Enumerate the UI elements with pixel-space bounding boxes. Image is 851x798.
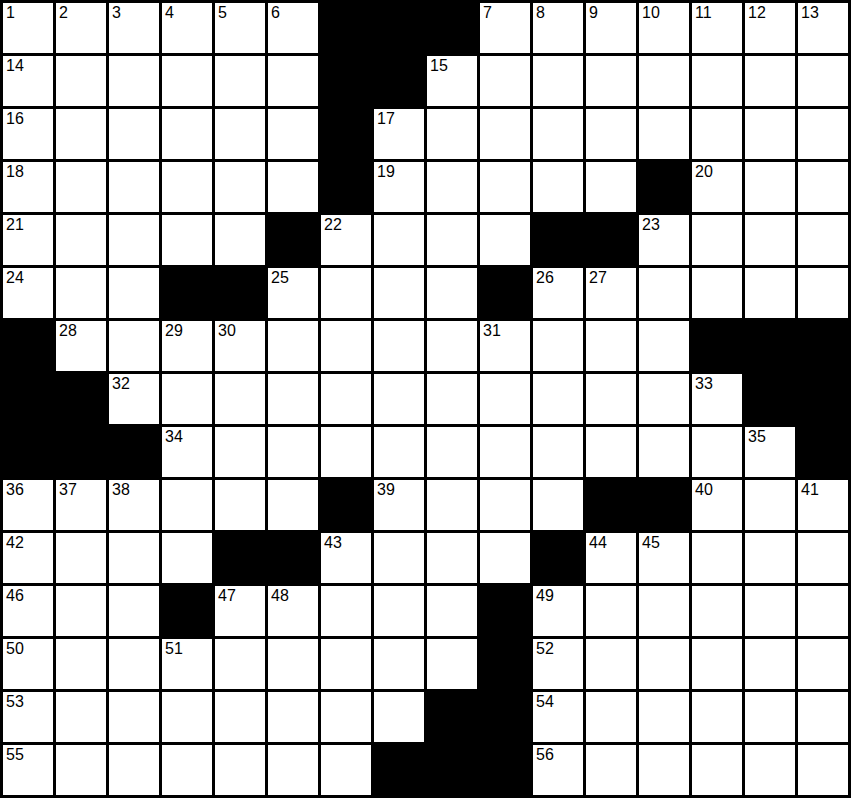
cell-r12c2[interactable]	[109, 639, 159, 689]
cell-r14c14[interactable]	[745, 745, 795, 795]
cell-r0c4[interactable]: 5	[215, 3, 265, 53]
cell-r6c9[interactable]: 31	[480, 321, 530, 371]
cell-r9c3[interactable]	[162, 480, 212, 530]
black-cell-r4c5	[268, 215, 318, 265]
cell-r7c12[interactable]	[639, 374, 689, 424]
black-cell-r3c12	[639, 162, 689, 212]
black-cell-r9c12	[639, 480, 689, 530]
cell-r5c8[interactable]	[427, 268, 477, 318]
cell-r0c9[interactable]: 7	[480, 3, 530, 53]
clue-number-38: 38	[112, 480, 130, 499]
black-cell-r0c8	[427, 3, 477, 53]
clue-number-12: 12	[748, 3, 766, 22]
cell-r5c1[interactable]	[56, 268, 106, 318]
cell-r6c3[interactable]: 29	[162, 321, 212, 371]
cell-r2c0[interactable]: 16	[3, 109, 53, 159]
cell-r11c8[interactable]	[427, 586, 477, 636]
cell-r13c5[interactable]	[268, 692, 318, 742]
black-cell-r6c13	[692, 321, 742, 371]
cell-r2c13[interactable]	[692, 109, 742, 159]
cell-r9c14[interactable]	[745, 480, 795, 530]
cell-r3c11[interactable]	[586, 162, 636, 212]
cell-r4c7[interactable]	[374, 215, 424, 265]
cell-r6c10[interactable]	[533, 321, 583, 371]
cell-r5c5[interactable]: 25	[268, 268, 318, 318]
clue-number-17: 17	[377, 109, 395, 128]
cell-r5c0[interactable]: 24	[3, 268, 53, 318]
cell-r10c14[interactable]	[745, 533, 795, 583]
black-cell-r14c8	[427, 745, 477, 795]
cell-r3c8[interactable]	[427, 162, 477, 212]
cell-r3c7[interactable]: 19	[374, 162, 424, 212]
cell-r0c0[interactable]: 1	[3, 3, 53, 53]
clue-number-37: 37	[59, 480, 77, 499]
black-cell-r10c4	[215, 533, 265, 583]
clue-number-4: 4	[165, 3, 174, 22]
cell-r2c10[interactable]	[533, 109, 583, 159]
clue-number-39: 39	[377, 480, 395, 499]
cell-r7c6[interactable]	[321, 374, 371, 424]
clue-number-35: 35	[748, 427, 766, 446]
cell-r10c6[interactable]: 43	[321, 533, 371, 583]
cell-r12c15[interactable]	[798, 639, 848, 689]
cell-r14c2[interactable]	[109, 745, 159, 795]
cell-r9c15[interactable]: 41	[798, 480, 848, 530]
clue-number-44: 44	[589, 533, 607, 552]
clue-number-24: 24	[6, 268, 24, 287]
clue-number-36: 36	[6, 480, 24, 499]
clue-number-29: 29	[165, 321, 183, 340]
cell-r8c8[interactable]	[427, 427, 477, 477]
black-cell-r11c3	[162, 586, 212, 636]
cell-r0c15[interactable]: 13	[798, 3, 848, 53]
clue-number-52: 52	[536, 639, 554, 658]
clue-number-51: 51	[165, 639, 183, 658]
cell-r9c5[interactable]	[268, 480, 318, 530]
cell-r3c3[interactable]	[162, 162, 212, 212]
cell-r7c2[interactable]: 32	[109, 374, 159, 424]
black-cell-r5c4	[215, 268, 265, 318]
cell-r8c9[interactable]	[480, 427, 530, 477]
cell-r3c14[interactable]	[745, 162, 795, 212]
cell-r10c2[interactable]	[109, 533, 159, 583]
cell-r4c0[interactable]: 21	[3, 215, 53, 265]
cell-r14c4[interactable]	[215, 745, 265, 795]
black-cell-r0c7	[374, 3, 424, 53]
cell-r4c2[interactable]	[109, 215, 159, 265]
cell-r8c12[interactable]	[639, 427, 689, 477]
black-cell-r8c2	[109, 427, 159, 477]
cell-r10c11[interactable]: 44	[586, 533, 636, 583]
cell-r6c12[interactable]	[639, 321, 689, 371]
cell-r8c5[interactable]	[268, 427, 318, 477]
black-cell-r8c0	[3, 427, 53, 477]
cell-r5c6[interactable]	[321, 268, 371, 318]
cell-r12c11[interactable]	[586, 639, 636, 689]
cell-r3c13[interactable]: 20	[692, 162, 742, 212]
cell-r4c13[interactable]	[692, 215, 742, 265]
cell-r9c1[interactable]: 37	[56, 480, 106, 530]
crossword-grid: 1234567891011121314151617181920212223242…	[0, 0, 851, 798]
cell-r3c5[interactable]	[268, 162, 318, 212]
cell-r2c5[interactable]	[268, 109, 318, 159]
cell-r14c5[interactable]	[268, 745, 318, 795]
clue-number-28: 28	[59, 321, 77, 340]
cell-r3c15[interactable]	[798, 162, 848, 212]
cell-r13c6[interactable]	[321, 692, 371, 742]
cell-r2c8[interactable]	[427, 109, 477, 159]
clue-number-26: 26	[536, 268, 554, 287]
cell-r11c12[interactable]	[639, 586, 689, 636]
black-cell-r1c7	[374, 56, 424, 106]
cell-r3c1[interactable]	[56, 162, 106, 212]
clue-number-46: 46	[6, 586, 24, 605]
clue-number-34: 34	[165, 427, 183, 446]
cell-r14c6[interactable]	[321, 745, 371, 795]
cell-r1c4[interactable]	[215, 56, 265, 106]
black-cell-r11c9	[480, 586, 530, 636]
clue-number-3: 3	[112, 3, 121, 22]
cell-r4c6[interactable]: 22	[321, 215, 371, 265]
cell-r7c4[interactable]	[215, 374, 265, 424]
clue-number-18: 18	[6, 162, 24, 181]
cell-r6c1[interactable]: 28	[56, 321, 106, 371]
clue-number-7: 7	[483, 3, 492, 22]
black-cell-r8c15	[798, 427, 848, 477]
cell-r13c0[interactable]: 53	[3, 692, 53, 742]
black-cell-r8c1	[56, 427, 106, 477]
cell-r10c7[interactable]	[374, 533, 424, 583]
black-cell-r6c14	[745, 321, 795, 371]
clue-number-25: 25	[271, 268, 289, 287]
clue-number-27: 27	[589, 268, 607, 287]
cell-r2c7[interactable]: 17	[374, 109, 424, 159]
clue-number-53: 53	[6, 692, 24, 711]
clue-number-45: 45	[642, 533, 660, 552]
black-cell-r14c9	[480, 745, 530, 795]
cell-r9c9[interactable]	[480, 480, 530, 530]
cell-r11c13[interactable]	[692, 586, 742, 636]
cell-r6c6[interactable]	[321, 321, 371, 371]
clue-number-40: 40	[695, 480, 713, 499]
cell-r14c12[interactable]	[639, 745, 689, 795]
cell-r11c15[interactable]	[798, 586, 848, 636]
black-cell-r5c9	[480, 268, 530, 318]
cell-r6c4[interactable]: 30	[215, 321, 265, 371]
clue-number-42: 42	[6, 533, 24, 552]
cell-r3c0[interactable]: 18	[3, 162, 53, 212]
cell-r6c11[interactable]	[586, 321, 636, 371]
cell-r13c15[interactable]	[798, 692, 848, 742]
cell-r8c3[interactable]: 34	[162, 427, 212, 477]
cell-r9c4[interactable]	[215, 480, 265, 530]
clue-number-9: 9	[589, 3, 598, 22]
cell-r1c3[interactable]	[162, 56, 212, 106]
cell-r13c13[interactable]	[692, 692, 742, 742]
cell-r14c11[interactable]	[586, 745, 636, 795]
cell-r1c15[interactable]	[798, 56, 848, 106]
cell-r8c6[interactable]	[321, 427, 371, 477]
cell-r11c11[interactable]	[586, 586, 636, 636]
cell-r13c14[interactable]	[745, 692, 795, 742]
cell-r13c2[interactable]	[109, 692, 159, 742]
black-cell-r7c1	[56, 374, 106, 424]
black-cell-r14c7	[374, 745, 424, 795]
clue-number-33: 33	[695, 374, 713, 393]
cell-r10c12[interactable]: 45	[639, 533, 689, 583]
cell-r14c1[interactable]	[56, 745, 106, 795]
cell-r12c12[interactable]	[639, 639, 689, 689]
cell-r0c12[interactable]: 10	[639, 3, 689, 53]
cell-r6c2[interactable]	[109, 321, 159, 371]
cell-r0c14[interactable]: 12	[745, 3, 795, 53]
cell-r12c0[interactable]: 50	[3, 639, 53, 689]
cell-r8c11[interactable]	[586, 427, 636, 477]
cell-r12c14[interactable]	[745, 639, 795, 689]
cell-r0c1[interactable]: 2	[56, 3, 106, 53]
cell-r3c9[interactable]	[480, 162, 530, 212]
cell-r7c10[interactable]	[533, 374, 583, 424]
cell-r12c1[interactable]	[56, 639, 106, 689]
cell-r4c14[interactable]	[745, 215, 795, 265]
cell-r7c11[interactable]	[586, 374, 636, 424]
cell-r4c15[interactable]	[798, 215, 848, 265]
clue-number-30: 30	[218, 321, 236, 340]
clue-number-6: 6	[271, 3, 280, 22]
cell-r1c8[interactable]: 15	[427, 56, 477, 106]
clue-number-11: 11	[695, 3, 712, 22]
cell-r10c13[interactable]	[692, 533, 742, 583]
cell-r14c10[interactable]: 56	[533, 745, 583, 795]
cell-r4c1[interactable]	[56, 215, 106, 265]
cell-r8c7[interactable]	[374, 427, 424, 477]
cell-r8c13[interactable]	[692, 427, 742, 477]
clue-number-20: 20	[695, 162, 713, 181]
cell-r13c7[interactable]	[374, 692, 424, 742]
cell-r9c13[interactable]: 40	[692, 480, 742, 530]
cell-r12c10[interactable]: 52	[533, 639, 583, 689]
cell-r9c2[interactable]: 38	[109, 480, 159, 530]
cell-r1c1[interactable]	[56, 56, 106, 106]
cell-r7c13[interactable]: 33	[692, 374, 742, 424]
clue-number-32: 32	[112, 374, 130, 393]
cell-r5c15[interactable]	[798, 268, 848, 318]
clue-number-10: 10	[642, 3, 660, 22]
cell-r1c14[interactable]	[745, 56, 795, 106]
cell-r2c11[interactable]	[586, 109, 636, 159]
cell-r13c4[interactable]	[215, 692, 265, 742]
clue-number-55: 55	[6, 745, 24, 764]
cell-r0c5[interactable]: 6	[268, 3, 318, 53]
cell-r0c3[interactable]: 4	[162, 3, 212, 53]
clue-number-15: 15	[430, 56, 448, 75]
clue-number-23: 23	[642, 215, 660, 234]
clue-number-16: 16	[6, 109, 24, 128]
cell-r11c2[interactable]	[109, 586, 159, 636]
black-cell-r4c11	[586, 215, 636, 265]
black-cell-r1c6	[321, 56, 371, 106]
cell-r0c2[interactable]: 3	[109, 3, 159, 53]
cell-r1c11[interactable]	[586, 56, 636, 106]
cell-r7c8[interactable]	[427, 374, 477, 424]
black-cell-r10c5	[268, 533, 318, 583]
cell-r8c10[interactable]	[533, 427, 583, 477]
cell-r11c1[interactable]	[56, 586, 106, 636]
cell-r11c6[interactable]	[321, 586, 371, 636]
cell-r5c14[interactable]	[745, 268, 795, 318]
cell-r9c0[interactable]: 36	[3, 480, 53, 530]
cell-r13c10[interactable]: 54	[533, 692, 583, 742]
cell-r12c5[interactable]	[268, 639, 318, 689]
cell-r5c12[interactable]	[639, 268, 689, 318]
cell-r7c5[interactable]	[268, 374, 318, 424]
cell-r10c0[interactable]: 42	[3, 533, 53, 583]
clue-number-47: 47	[218, 586, 236, 605]
cell-r12c4[interactable]	[215, 639, 265, 689]
cell-r11c0[interactable]: 46	[3, 586, 53, 636]
cell-r11c10[interactable]: 49	[533, 586, 583, 636]
clue-number-48: 48	[271, 586, 289, 605]
cell-r12c3[interactable]: 51	[162, 639, 212, 689]
cell-r14c13[interactable]	[692, 745, 742, 795]
cell-r2c9[interactable]	[480, 109, 530, 159]
cell-r7c7[interactable]	[374, 374, 424, 424]
cell-r1c0[interactable]: 14	[3, 56, 53, 106]
cell-r8c14[interactable]: 35	[745, 427, 795, 477]
cell-r7c9[interactable]	[480, 374, 530, 424]
clue-number-1: 1	[6, 3, 15, 22]
cell-r5c2[interactable]	[109, 268, 159, 318]
cell-r9c10[interactable]	[533, 480, 583, 530]
cell-r10c1[interactable]	[56, 533, 106, 583]
clue-number-14: 14	[6, 56, 24, 75]
cell-r2c14[interactable]	[745, 109, 795, 159]
cell-r11c4[interactable]: 47	[215, 586, 265, 636]
clue-number-50: 50	[6, 639, 24, 658]
black-cell-r13c9	[480, 692, 530, 742]
cell-r4c9[interactable]	[480, 215, 530, 265]
cell-r9c7[interactable]: 39	[374, 480, 424, 530]
clue-number-5: 5	[218, 3, 227, 22]
cell-r11c5[interactable]: 48	[268, 586, 318, 636]
cell-r4c12[interactable]: 23	[639, 215, 689, 265]
clue-number-31: 31	[483, 321, 501, 340]
black-cell-r6c0	[3, 321, 53, 371]
cell-r6c5[interactable]	[268, 321, 318, 371]
cell-r4c4[interactable]	[215, 215, 265, 265]
black-cell-r0c6	[321, 3, 371, 53]
cell-r12c8[interactable]	[427, 639, 477, 689]
clue-number-54: 54	[536, 692, 554, 711]
cell-r12c13[interactable]	[692, 639, 742, 689]
cell-r2c12[interactable]	[639, 109, 689, 159]
black-cell-r9c6	[321, 480, 371, 530]
clue-number-43: 43	[324, 533, 342, 552]
clue-number-19: 19	[377, 162, 395, 181]
black-cell-r7c15	[798, 374, 848, 424]
black-cell-r2c6	[321, 109, 371, 159]
cell-r3c4[interactable]	[215, 162, 265, 212]
cell-r5c10[interactable]: 26	[533, 268, 583, 318]
cell-r5c7[interactable]	[374, 268, 424, 318]
cell-r9c8[interactable]	[427, 480, 477, 530]
cell-r0c10[interactable]: 8	[533, 3, 583, 53]
cell-r12c7[interactable]	[374, 639, 424, 689]
cell-r4c3[interactable]	[162, 215, 212, 265]
cell-r13c12[interactable]	[639, 692, 689, 742]
cell-r3c10[interactable]	[533, 162, 583, 212]
cell-r4c8[interactable]	[427, 215, 477, 265]
cell-r2c1[interactable]	[56, 109, 106, 159]
cell-r1c10[interactable]	[533, 56, 583, 106]
clue-number-22: 22	[324, 215, 342, 234]
cell-r11c7[interactable]	[374, 586, 424, 636]
clue-number-21: 21	[6, 215, 24, 234]
cell-r1c2[interactable]	[109, 56, 159, 106]
black-cell-r10c10	[533, 533, 583, 583]
black-cell-r13c8	[427, 692, 477, 742]
cell-r0c11[interactable]: 9	[586, 3, 636, 53]
cell-r5c11[interactable]: 27	[586, 268, 636, 318]
cell-r13c11[interactable]	[586, 692, 636, 742]
clue-number-56: 56	[536, 745, 554, 764]
cell-r6c7[interactable]	[374, 321, 424, 371]
cell-r11c14[interactable]	[745, 586, 795, 636]
cell-r6c8[interactable]	[427, 321, 477, 371]
black-cell-r7c0	[3, 374, 53, 424]
cell-r1c5[interactable]	[268, 56, 318, 106]
cell-r2c4[interactable]	[215, 109, 265, 159]
cell-r14c0[interactable]: 55	[3, 745, 53, 795]
cell-r2c15[interactable]	[798, 109, 848, 159]
cell-r2c2[interactable]	[109, 109, 159, 159]
clue-number-2: 2	[59, 3, 68, 22]
black-cell-r9c11	[586, 480, 636, 530]
clue-number-41: 41	[801, 480, 819, 499]
cell-r13c3[interactable]	[162, 692, 212, 742]
cell-r10c3[interactable]	[162, 533, 212, 583]
cell-r1c13[interactable]	[692, 56, 742, 106]
cell-r14c3[interactable]	[162, 745, 212, 795]
cell-r10c15[interactable]	[798, 533, 848, 583]
black-cell-r6c15	[798, 321, 848, 371]
black-cell-r3c6	[321, 162, 371, 212]
cell-r12c6[interactable]	[321, 639, 371, 689]
black-cell-r12c9	[480, 639, 530, 689]
cell-r1c9[interactable]	[480, 56, 530, 106]
cell-r8c4[interactable]	[215, 427, 265, 477]
clue-number-49: 49	[536, 586, 554, 605]
cell-r13c1[interactable]	[56, 692, 106, 742]
black-cell-r7c14	[745, 374, 795, 424]
clue-number-8: 8	[536, 3, 545, 22]
cell-r1c12[interactable]	[639, 56, 689, 106]
cell-r10c9[interactable]	[480, 533, 530, 583]
cell-r2c3[interactable]	[162, 109, 212, 159]
clue-number-13: 13	[801, 3, 819, 22]
cell-r5c13[interactable]	[692, 268, 742, 318]
black-cell-r4c10	[533, 215, 583, 265]
cell-r7c3[interactable]	[162, 374, 212, 424]
cell-r14c15[interactable]	[798, 745, 848, 795]
cell-r10c8[interactable]	[427, 533, 477, 583]
cell-r3c2[interactable]	[109, 162, 159, 212]
cell-r0c13[interactable]: 11	[692, 3, 742, 53]
black-cell-r5c3	[162, 268, 212, 318]
